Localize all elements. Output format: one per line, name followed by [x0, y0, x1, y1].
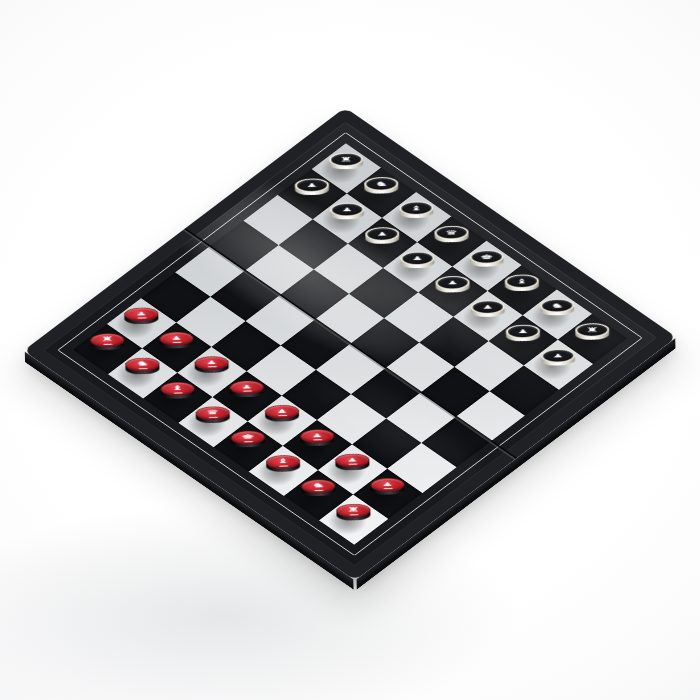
- chess-board: ♜♞♝♛♚♝♞♜♟♟♟♟♟♟♟♟♟♟♟♟♟♟♟♟♜♞♝♛♚♝♞♜: [23, 107, 676, 580]
- pawn-icon: ♟: [171, 323, 182, 333]
- piece-black-pawn: ♟: [295, 162, 330, 198]
- bishop-icon: ♝: [515, 266, 529, 278]
- disc-top-sticker: ♞: [364, 161, 399, 188]
- piece-black-bishop: ♝: [399, 185, 434, 221]
- sticker-micro-text: [348, 456, 357, 458]
- disc-side: [90, 327, 124, 350]
- piece-white-king: ♚: [231, 415, 266, 451]
- piece-black-pawn: ♟: [400, 236, 435, 272]
- camera-tilt: ♜♞♝♛♚♝♞♜♟♟♟♟♟♟♟♟♟♟♟♟♟♟♟♟♜♞♝♛♚♝♞♜: [0, 0, 700, 700]
- pawn-icon: ♟: [241, 372, 252, 382]
- pawn-icon: ♟: [347, 445, 358, 455]
- pawn-icon: ♟: [377, 220, 388, 230]
- piece-white-pawn: ♟: [265, 389, 300, 425]
- piece-white-pawn: ♟: [124, 292, 159, 328]
- piece-white-pawn: ♟: [335, 438, 370, 474]
- disc-side: [301, 473, 335, 496]
- disc-top-sticker: ♚: [469, 234, 504, 261]
- queen-icon: ♛: [445, 217, 459, 229]
- sticker-micro-text: [137, 310, 146, 312]
- disc-top-sticker: ♞: [301, 463, 336, 490]
- disc-top-sticker: ♜: [90, 317, 125, 344]
- disc-side: [159, 326, 193, 349]
- piece-white-pawn: ♟: [370, 462, 405, 498]
- disc-top-sticker: ♟: [365, 211, 400, 238]
- disc-top-sticker: ♟: [124, 292, 159, 319]
- sticker-micro-text: [207, 359, 216, 361]
- disc-side: [335, 448, 369, 471]
- disc-top-sticker: ♝: [160, 366, 195, 393]
- piece-white-bishop: ♝: [266, 439, 301, 475]
- disc-side: [160, 376, 194, 399]
- disc-top-sticker: ♟: [370, 462, 405, 489]
- piece-white-pawn: ♟: [159, 316, 194, 352]
- square-g4: [386, 393, 455, 443]
- pawn-icon: ♟: [206, 347, 217, 357]
- disc-top-sticker: ♟: [400, 236, 435, 263]
- rook-icon: ♜: [346, 494, 360, 506]
- disc-side: [506, 319, 540, 342]
- pawn-icon: ♟: [341, 195, 352, 205]
- sticker-micro-text: [138, 362, 147, 364]
- disc-top-sticker: ♛: [434, 210, 469, 237]
- disc-top-sticker: ♟: [330, 187, 365, 214]
- rook-icon: ♜: [585, 314, 599, 326]
- disc-side: [230, 375, 264, 398]
- disc-top-sticker: ♟: [300, 413, 335, 440]
- disc-top-sticker: ♝: [399, 185, 434, 212]
- disc-side: [370, 472, 404, 495]
- piece-white-pawn: ♟: [229, 365, 264, 401]
- disc-top-sticker: ♜: [329, 137, 364, 164]
- piece-black-queen: ♛: [434, 210, 469, 246]
- pawn-icon: ♟: [306, 171, 317, 181]
- queen-icon: ♛: [206, 396, 220, 408]
- sticker-micro-text: [173, 386, 182, 388]
- piece-black-pawn: ♟: [330, 187, 365, 223]
- piece-white-pawn: ♟: [194, 340, 229, 376]
- pawn-icon: ♟: [517, 317, 528, 327]
- sticker-micro-text: [349, 508, 358, 510]
- piece-white-pawn: ♟: [300, 413, 335, 449]
- sticker-micro-text: [208, 411, 217, 413]
- piece-black-bishop: ♝: [504, 258, 539, 294]
- product-photo: ♜♞♝♛♚♝♞♜♟♟♟♟♟♟♟♟♟♟♟♟♟♟♟♟♜♞♝♛♚♝♞♜: [0, 0, 700, 700]
- disc-side: [265, 399, 299, 422]
- piece-white-bishop: ♝: [160, 366, 195, 402]
- disc-side: [195, 350, 229, 373]
- disc-top-sticker: ♟: [265, 389, 300, 416]
- knight-icon: ♞: [550, 290, 564, 302]
- disc-top-sticker: ♟: [541, 333, 576, 360]
- knight-icon: ♞: [135, 347, 149, 359]
- disc-top-sticker: ♛: [195, 390, 230, 417]
- board-frame: ♜♞♝♛♚♝♞♜♟♟♟♟♟♟♟♟♟♟♟♟♟♟♟♟♜♞♝♛♚♝♞♜: [23, 107, 676, 580]
- piece-black-pawn: ♟: [470, 284, 505, 320]
- disc-top-sticker: ♟: [229, 365, 264, 392]
- pawn-icon: ♟: [552, 341, 563, 351]
- disc-top-sticker: ♜: [336, 488, 371, 515]
- disc-side: [266, 449, 300, 472]
- disc-top-sticker: ♟: [506, 309, 541, 336]
- disc-top-sticker: ♟: [470, 284, 505, 311]
- sticker-micro-text: [243, 435, 252, 437]
- piece-white-knight: ♞: [125, 342, 160, 378]
- sticker-micro-text: [103, 338, 112, 340]
- disc-side: [125, 352, 159, 375]
- piece-black-knight: ♞: [540, 283, 575, 319]
- knight-icon: ♞: [374, 168, 388, 180]
- piece-white-queen: ♛: [195, 390, 230, 426]
- piece-black-pawn: ♟: [435, 260, 470, 296]
- piece-black-pawn: ♟: [506, 309, 541, 345]
- disc-top-sticker: ♟: [159, 316, 194, 343]
- bishop-icon: ♝: [171, 372, 185, 384]
- pawn-icon: ♟: [276, 396, 287, 406]
- pawn-icon: ♟: [136, 298, 147, 308]
- pawn-icon: ♟: [447, 268, 458, 278]
- disc-top-sticker: ♜: [575, 307, 610, 334]
- disc-top-sticker: ♝: [504, 258, 539, 285]
- sticker-micro-text: [278, 408, 287, 410]
- disc-top-sticker: ♟: [295, 162, 330, 189]
- disc-side: [231, 425, 265, 448]
- bishop-icon: ♝: [276, 445, 290, 457]
- disc-side: [575, 317, 609, 340]
- king-icon: ♚: [241, 420, 255, 432]
- piece-white-rook: ♜: [336, 488, 371, 524]
- piece-black-pawn: ♟: [365, 211, 400, 247]
- disc-top-sticker: ♟: [435, 260, 470, 287]
- disc-top-sticker: ♞: [540, 283, 575, 310]
- disc-top-sticker: ♚: [231, 415, 266, 442]
- disc-side: [300, 423, 334, 446]
- disc-top-sticker: ♞: [125, 342, 160, 369]
- bishop-icon: ♝: [409, 193, 423, 205]
- piece-black-pawn: ♟: [541, 333, 576, 369]
- pawn-icon: ♟: [412, 244, 423, 254]
- piece-black-rook: ♜: [575, 307, 610, 343]
- pawn-icon: ♟: [482, 293, 493, 303]
- knight-icon: ♞: [311, 469, 325, 481]
- sticker-micro-text: [279, 459, 288, 461]
- sticker-micro-text: [383, 481, 392, 483]
- sticker-micro-text: [242, 383, 251, 385]
- piece-black-king: ♚: [469, 234, 504, 270]
- disc-top-sticker: ♝: [266, 439, 301, 466]
- sticker-micro-text: [313, 432, 322, 434]
- piece-white-rook: ♜: [90, 317, 125, 353]
- pawn-icon: ♟: [312, 420, 323, 430]
- rook-icon: ♜: [339, 144, 353, 156]
- disc-side: [196, 400, 230, 423]
- king-icon: ♚: [480, 241, 494, 253]
- sticker-micro-text: [314, 484, 323, 486]
- piece-black-knight: ♞: [364, 161, 399, 197]
- scene: ♜♞♝♛♚♝♞♜♟♟♟♟♟♟♟♟♟♟♟♟♟♟♟♟♜♞♝♛♚♝♞♜: [0, 0, 700, 700]
- rook-icon: ♜: [100, 323, 114, 335]
- piece-white-knight: ♞: [301, 463, 336, 499]
- disc-side: [541, 343, 575, 366]
- piece-black-rook: ♜: [329, 137, 364, 173]
- square-e5: [350, 318, 419, 368]
- disc-top-sticker: ♟: [335, 438, 370, 465]
- disc-side: [336, 498, 370, 521]
- sticker-micro-text: [172, 335, 181, 337]
- disc-top-sticker: ♟: [194, 340, 229, 367]
- pawn-icon: ♟: [382, 469, 393, 479]
